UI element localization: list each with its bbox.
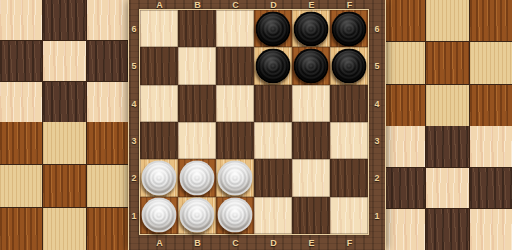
backdrop-square: [0, 41, 42, 81]
square-b3[interactable]: [178, 122, 216, 159]
rank-label: 4: [369, 85, 385, 122]
backdrop-square: [383, 42, 425, 83]
square-a4[interactable]: [140, 85, 178, 122]
rank-label: 1: [129, 197, 139, 234]
backdrop-square: [87, 0, 129, 40]
square-c5[interactable]: [216, 47, 254, 84]
square-b6[interactable]: [178, 10, 216, 47]
backdrop-square: [383, 126, 425, 167]
backdrop-square: [87, 122, 129, 164]
square-f5[interactable]: ⛂: [330, 47, 368, 84]
file-label: B: [179, 236, 217, 249]
square-b4[interactable]: [178, 85, 216, 122]
square-f3[interactable]: [330, 122, 368, 159]
file-label: D: [255, 236, 293, 249]
black-checker-glyph: ⛂: [256, 11, 291, 46]
backdrop-square: [426, 0, 468, 41]
square-c3[interactable]: [216, 122, 254, 159]
backdrop-square: [383, 0, 425, 41]
backdrop-square: [383, 85, 425, 126]
backdrop-square: [470, 85, 512, 126]
backdrop-square: [470, 126, 512, 167]
backdrop-square: [426, 126, 468, 167]
board-border: ⛂⛂⛂⛂⛂⛂⛀⛀⛀⛀⛀⛀: [139, 9, 369, 235]
square-a3[interactable]: [140, 122, 178, 159]
file-label: C: [217, 236, 255, 249]
white-checker-a2[interactable]: ⛀: [142, 160, 177, 195]
square-f1[interactable]: [330, 197, 368, 234]
file-label: E: [293, 236, 331, 249]
backdrop-square: [470, 42, 512, 83]
square-e3[interactable]: [292, 122, 330, 159]
backdrop-square: [87, 82, 129, 122]
backdrop-board-left-top: [0, 0, 129, 122]
square-e1[interactable]: [292, 197, 330, 234]
backdrop-square: [426, 168, 468, 209]
square-c2[interactable]: ⛀: [216, 159, 254, 196]
rank-label: 2: [129, 160, 139, 197]
backdrop-square: [0, 165, 42, 207]
white-checker-glyph: ⛀: [218, 198, 253, 233]
backdrop-square: [43, 122, 85, 164]
square-f6[interactable]: ⛂: [330, 10, 368, 47]
rank-label: 3: [129, 122, 139, 159]
square-e5[interactable]: ⛂: [292, 47, 330, 84]
square-c4[interactable]: [216, 85, 254, 122]
backdrop-square: [0, 208, 42, 250]
rank-label: 4: [129, 85, 139, 122]
black-checker-e5[interactable]: ⛂: [294, 48, 329, 83]
square-a5[interactable]: [140, 47, 178, 84]
square-a1[interactable]: ⛀: [140, 197, 178, 234]
backdrop-square: [43, 0, 85, 40]
black-checker-f6[interactable]: ⛂: [332, 11, 367, 46]
backdrop-square: [383, 168, 425, 209]
white-checker-a1[interactable]: ⛀: [142, 198, 177, 233]
white-checker-glyph: ⛀: [142, 160, 177, 195]
square-c1[interactable]: ⛀: [216, 197, 254, 234]
black-checker-e6[interactable]: ⛂: [294, 11, 329, 46]
backdrop-square: [87, 208, 129, 250]
rank-label: 5: [129, 48, 139, 85]
files-bottom: ABCDEF: [141, 236, 369, 249]
square-f4[interactable]: [330, 85, 368, 122]
square-e6[interactable]: ⛂: [292, 10, 330, 47]
square-f2[interactable]: [330, 159, 368, 196]
black-checker-glyph: ⛂: [294, 48, 329, 83]
square-d3[interactable]: [254, 122, 292, 159]
board-panel: ABCDEF ABCDEF 654321 654321 ⛂⛂⛂⛂⛂⛂⛀⛀⛀⛀⛀⛀: [128, 0, 386, 250]
white-checker-glyph: ⛀: [180, 160, 215, 195]
square-d6[interactable]: ⛂: [254, 10, 292, 47]
rank-label: 3: [369, 122, 385, 159]
backdrop-square: [43, 165, 85, 207]
backdrop-square: [426, 85, 468, 126]
black-checker-glyph: ⛂: [294, 11, 329, 46]
rank-label: 2: [369, 160, 385, 197]
rank-label: 6: [369, 11, 385, 48]
ranks-left: 654321: [129, 11, 139, 235]
square-a2[interactable]: ⛀: [140, 159, 178, 196]
white-checker-b1[interactable]: ⛀: [180, 198, 215, 233]
square-b2[interactable]: ⛀: [178, 159, 216, 196]
screenshot-root: ABCDEF ABCDEF 654321 654321 ⛂⛂⛂⛂⛂⛂⛀⛀⛀⛀⛀⛀: [0, 0, 512, 250]
backdrop-board-right-bottom: [383, 126, 512, 250]
black-checker-glyph: ⛂: [332, 11, 367, 46]
backdrop-square: [43, 82, 85, 122]
square-d4[interactable]: [254, 85, 292, 122]
square-b1[interactable]: ⛀: [178, 197, 216, 234]
black-checker-glyph: ⛂: [332, 48, 367, 83]
backdrop-square: [470, 0, 512, 41]
board-grid[interactable]: ⛂⛂⛂⛂⛂⛂⛀⛀⛀⛀⛀⛀: [140, 10, 368, 234]
white-checker-c1[interactable]: ⛀: [218, 198, 253, 233]
black-checker-f5[interactable]: ⛂: [332, 48, 367, 83]
backdrop-square: [0, 0, 42, 40]
square-e2[interactable]: [292, 159, 330, 196]
white-checker-glyph: ⛀: [142, 198, 177, 233]
rank-label: 5: [369, 48, 385, 85]
backdrop-square: [470, 168, 512, 209]
backdrop-square: [0, 82, 42, 122]
backdrop-board-right-top: [383, 0, 512, 126]
backdrop-square: [87, 165, 129, 207]
backdrop-square: [426, 209, 468, 250]
file-label: A: [141, 236, 179, 249]
black-checker-d6[interactable]: ⛂: [256, 11, 291, 46]
white-checker-b2[interactable]: ⛀: [180, 160, 215, 195]
square-e4[interactable]: [292, 85, 330, 122]
backdrop-board-left-bottom: [0, 122, 129, 250]
file-label: F: [331, 236, 369, 249]
backdrop-square: [87, 41, 129, 81]
white-checker-c2[interactable]: ⛀: [218, 160, 253, 195]
backdrop-square: [470, 209, 512, 250]
white-checker-glyph: ⛀: [218, 160, 253, 195]
white-checker-glyph: ⛀: [180, 198, 215, 233]
black-checker-glyph: ⛂: [256, 48, 291, 83]
ranks-right: 654321: [369, 11, 385, 235]
backdrop-square: [0, 122, 42, 164]
rank-label: 6: [129, 11, 139, 48]
backdrop-square: [426, 42, 468, 83]
rank-label: 1: [369, 197, 385, 234]
square-c6[interactable]: [216, 10, 254, 47]
square-d2[interactable]: [254, 159, 292, 196]
square-a6[interactable]: [140, 10, 178, 47]
backdrop-square: [43, 41, 85, 81]
black-checker-d5[interactable]: ⛂: [256, 48, 291, 83]
backdrop-square: [43, 208, 85, 250]
backdrop-square: [383, 209, 425, 250]
square-d5[interactable]: ⛂: [254, 47, 292, 84]
square-b5[interactable]: [178, 47, 216, 84]
square-d1[interactable]: [254, 197, 292, 234]
